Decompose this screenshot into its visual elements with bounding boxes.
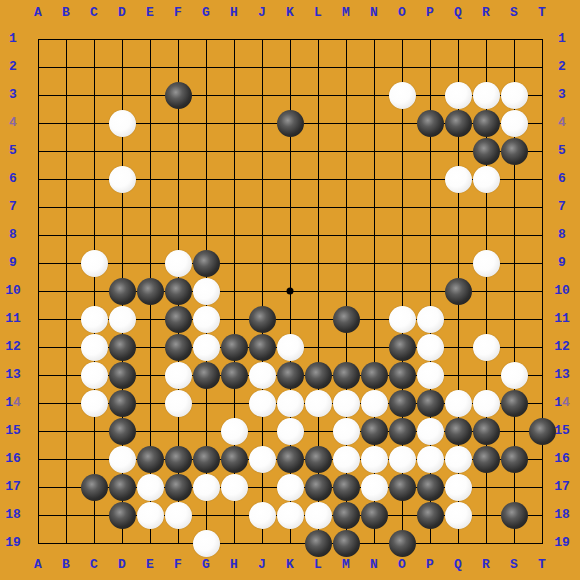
board-intersection[interactable] [416, 529, 444, 557]
board-intersection[interactable] [80, 193, 108, 221]
board-intersection[interactable] [500, 193, 528, 221]
board-intersection[interactable] [80, 81, 108, 109]
board-intersection[interactable] [248, 109, 276, 137]
board-intersection[interactable] [136, 277, 164, 305]
board-intersection[interactable] [388, 137, 416, 165]
board-intersection[interactable] [80, 53, 108, 81]
board-intersection[interactable] [332, 389, 360, 417]
board-intersection[interactable] [360, 277, 388, 305]
board-intersection[interactable] [220, 25, 248, 53]
board-intersection[interactable] [360, 109, 388, 137]
board-intersection[interactable] [80, 361, 108, 389]
board-intersection[interactable] [52, 137, 80, 165]
board-intersection[interactable] [500, 333, 528, 361]
board-intersection[interactable] [304, 473, 332, 501]
board-intersection[interactable] [192, 529, 220, 557]
board-intersection[interactable] [444, 81, 472, 109]
board-intersection[interactable] [388, 221, 416, 249]
board-intersection[interactable] [24, 137, 52, 165]
board-intersection[interactable] [108, 361, 136, 389]
board-intersection[interactable] [164, 333, 192, 361]
board-intersection[interactable] [136, 529, 164, 557]
board-intersection[interactable] [416, 249, 444, 277]
board-intersection[interactable] [108, 53, 136, 81]
board-intersection[interactable] [416, 53, 444, 81]
board-intersection[interactable] [80, 221, 108, 249]
board-intersection[interactable] [220, 501, 248, 529]
board-intersection[interactable] [164, 165, 192, 193]
board-intersection[interactable] [332, 109, 360, 137]
board-intersection[interactable] [276, 277, 304, 305]
board-intersection[interactable] [276, 417, 304, 445]
board-intersection[interactable] [276, 165, 304, 193]
board-intersection[interactable] [360, 81, 388, 109]
board-intersection[interactable] [192, 25, 220, 53]
board-intersection[interactable] [472, 305, 500, 333]
board-intersection[interactable] [472, 53, 500, 81]
board-intersection[interactable] [528, 249, 556, 277]
board-intersection[interactable] [52, 473, 80, 501]
board-intersection[interactable] [388, 361, 416, 389]
board-intersection[interactable] [248, 529, 276, 557]
board-intersection[interactable] [220, 193, 248, 221]
board-intersection[interactable] [360, 165, 388, 193]
board-intersection[interactable] [304, 333, 332, 361]
board-intersection[interactable] [276, 53, 304, 81]
board-intersection[interactable] [192, 221, 220, 249]
board-intersection[interactable] [500, 221, 528, 249]
board-intersection[interactable] [472, 529, 500, 557]
board-intersection[interactable] [164, 389, 192, 417]
board-intersection[interactable] [500, 473, 528, 501]
board-intersection[interactable] [332, 445, 360, 473]
board-intersection[interactable] [444, 417, 472, 445]
board-intersection[interactable] [416, 109, 444, 137]
board-intersection[interactable] [304, 53, 332, 81]
board-intersection[interactable] [360, 221, 388, 249]
board-intersection[interactable] [248, 25, 276, 53]
board-intersection[interactable] [472, 445, 500, 473]
board-intersection[interactable] [248, 81, 276, 109]
board-intersection[interactable] [192, 445, 220, 473]
board-intersection[interactable] [360, 53, 388, 81]
board-intersection[interactable] [136, 361, 164, 389]
board-intersection[interactable] [388, 25, 416, 53]
board-intersection[interactable] [444, 305, 472, 333]
board-intersection[interactable] [500, 277, 528, 305]
board-intersection[interactable] [416, 137, 444, 165]
board-intersection[interactable] [24, 109, 52, 137]
board-intersection[interactable] [108, 221, 136, 249]
board-intersection[interactable] [248, 501, 276, 529]
board-intersection[interactable] [80, 501, 108, 529]
board-intersection[interactable] [444, 221, 472, 249]
board-intersection[interactable] [192, 193, 220, 221]
board-intersection[interactable] [136, 53, 164, 81]
board-intersection[interactable] [276, 305, 304, 333]
board-intersection[interactable] [164, 109, 192, 137]
board-intersection[interactable] [304, 109, 332, 137]
board-intersection[interactable] [248, 277, 276, 305]
board-intersection[interactable] [108, 109, 136, 137]
board-intersection[interactable] [304, 445, 332, 473]
board-intersection[interactable] [52, 445, 80, 473]
board-intersection[interactable] [136, 417, 164, 445]
board-intersection[interactable] [360, 389, 388, 417]
board-intersection[interactable] [500, 25, 528, 53]
board-intersection[interactable] [388, 81, 416, 109]
board-intersection[interactable] [416, 81, 444, 109]
board-intersection[interactable] [248, 361, 276, 389]
board-intersection[interactable] [52, 81, 80, 109]
board-intersection[interactable] [276, 109, 304, 137]
board-intersection[interactable] [472, 389, 500, 417]
board-intersection[interactable] [24, 249, 52, 277]
board-intersection[interactable] [80, 417, 108, 445]
board-intersection[interactable] [388, 473, 416, 501]
board-intersection[interactable] [500, 501, 528, 529]
board-intersection[interactable] [416, 417, 444, 445]
board-intersection[interactable] [192, 137, 220, 165]
board-intersection[interactable] [136, 501, 164, 529]
board-intersection[interactable] [360, 305, 388, 333]
board-intersection[interactable] [276, 361, 304, 389]
board-intersection[interactable] [444, 249, 472, 277]
board-intersection[interactable] [444, 137, 472, 165]
board-intersection[interactable] [528, 53, 556, 81]
board-intersection[interactable] [220, 137, 248, 165]
board-intersection[interactable] [24, 361, 52, 389]
board-intersection[interactable] [248, 165, 276, 193]
board-intersection[interactable] [528, 277, 556, 305]
board-intersection[interactable] [276, 333, 304, 361]
board-intersection[interactable] [444, 361, 472, 389]
board-intersection[interactable] [164, 305, 192, 333]
board-intersection[interactable] [444, 25, 472, 53]
board-intersection[interactable] [332, 361, 360, 389]
board-intersection[interactable] [164, 473, 192, 501]
board-intersection[interactable] [528, 81, 556, 109]
board-intersection[interactable] [332, 529, 360, 557]
board-intersection[interactable] [332, 137, 360, 165]
board-intersection[interactable] [192, 53, 220, 81]
board-intersection[interactable] [220, 417, 248, 445]
board-intersection[interactable] [24, 417, 52, 445]
board-intersection[interactable] [444, 333, 472, 361]
board-intersection[interactable] [528, 137, 556, 165]
board-intersection[interactable] [528, 361, 556, 389]
board-intersection[interactable] [472, 137, 500, 165]
board-intersection[interactable] [416, 221, 444, 249]
board-intersection[interactable] [416, 333, 444, 361]
board-intersection[interactable] [472, 361, 500, 389]
board-intersection[interactable] [472, 501, 500, 529]
board-intersection[interactable] [108, 445, 136, 473]
board-intersection[interactable] [220, 249, 248, 277]
board-intersection[interactable] [108, 305, 136, 333]
board-intersection[interactable] [108, 501, 136, 529]
board-intersection[interactable] [416, 277, 444, 305]
board-intersection[interactable] [388, 389, 416, 417]
board-intersection[interactable] [500, 109, 528, 137]
board-intersection[interactable] [108, 389, 136, 417]
board-intersection[interactable] [416, 473, 444, 501]
board-intersection[interactable] [164, 249, 192, 277]
board-intersection[interactable] [304, 165, 332, 193]
board-intersection[interactable] [192, 109, 220, 137]
board-intersection[interactable] [248, 305, 276, 333]
board-intersection[interactable] [444, 109, 472, 137]
board-intersection[interactable] [220, 389, 248, 417]
board-intersection[interactable] [136, 109, 164, 137]
board-intersection[interactable] [388, 417, 416, 445]
board-intersection[interactable] [472, 249, 500, 277]
board-intersection[interactable] [248, 249, 276, 277]
board-intersection[interactable] [248, 417, 276, 445]
board-intersection[interactable] [220, 53, 248, 81]
board-intersection[interactable] [192, 473, 220, 501]
board-intersection[interactable] [528, 389, 556, 417]
board-intersection[interactable] [332, 249, 360, 277]
board-intersection[interactable] [192, 501, 220, 529]
board-intersection[interactable] [360, 529, 388, 557]
board-intersection[interactable] [248, 333, 276, 361]
board-intersection[interactable] [360, 361, 388, 389]
board-intersection[interactable] [276, 221, 304, 249]
board-intersection[interactable] [164, 221, 192, 249]
board-intersection[interactable] [192, 277, 220, 305]
board-intersection[interactable] [472, 417, 500, 445]
board-intersection[interactable] [52, 165, 80, 193]
board-intersection[interactable] [276, 529, 304, 557]
board-intersection[interactable] [388, 109, 416, 137]
board-intersection[interactable] [52, 333, 80, 361]
board-intersection[interactable] [136, 25, 164, 53]
board-intersection[interactable] [192, 165, 220, 193]
board-intersection[interactable] [52, 361, 80, 389]
board-intersection[interactable] [192, 249, 220, 277]
board-intersection[interactable] [192, 305, 220, 333]
board-intersection[interactable] [500, 417, 528, 445]
board-intersection[interactable] [164, 81, 192, 109]
board-intersection[interactable] [444, 277, 472, 305]
board-intersection[interactable] [80, 473, 108, 501]
board-intersection[interactable] [248, 53, 276, 81]
board-intersection[interactable] [360, 445, 388, 473]
board-intersection[interactable] [332, 165, 360, 193]
board-intersection[interactable] [52, 389, 80, 417]
board-intersection[interactable] [304, 81, 332, 109]
board-intersection[interactable] [444, 501, 472, 529]
board-intersection[interactable] [192, 389, 220, 417]
board-intersection[interactable] [24, 389, 52, 417]
board-intersection[interactable] [528, 109, 556, 137]
board-intersection[interactable] [304, 277, 332, 305]
board-intersection[interactable] [500, 529, 528, 557]
board-intersection[interactable] [360, 417, 388, 445]
board-intersection[interactable] [52, 529, 80, 557]
board-intersection[interactable] [500, 445, 528, 473]
board-intersection[interactable] [24, 305, 52, 333]
board-intersection[interactable] [500, 305, 528, 333]
board-intersection[interactable] [136, 137, 164, 165]
board-intersection[interactable] [24, 333, 52, 361]
board-intersection[interactable] [528, 25, 556, 53]
board-intersection[interactable] [276, 473, 304, 501]
board-intersection[interactable] [24, 25, 52, 53]
board-intersection[interactable] [500, 137, 528, 165]
board-intersection[interactable] [192, 333, 220, 361]
board-intersection[interactable] [472, 193, 500, 221]
board-intersection[interactable] [472, 109, 500, 137]
board-intersection[interactable] [136, 445, 164, 473]
board-intersection[interactable] [472, 165, 500, 193]
board-intersection[interactable] [416, 193, 444, 221]
board-intersection[interactable] [52, 417, 80, 445]
board-intersection[interactable] [388, 165, 416, 193]
board-intersection[interactable] [220, 529, 248, 557]
board-intersection[interactable] [360, 249, 388, 277]
board-intersection[interactable] [276, 501, 304, 529]
board-intersection[interactable] [164, 137, 192, 165]
board-intersection[interactable] [472, 221, 500, 249]
board-intersection[interactable] [416, 501, 444, 529]
board-intersection[interactable] [304, 305, 332, 333]
board-intersection[interactable] [164, 417, 192, 445]
board-intersection[interactable] [108, 81, 136, 109]
board-intersection[interactable] [276, 249, 304, 277]
board-intersection[interactable] [416, 361, 444, 389]
board-intersection[interactable] [164, 361, 192, 389]
board-intersection[interactable] [500, 81, 528, 109]
board-intersection[interactable] [528, 193, 556, 221]
board-intersection[interactable] [528, 221, 556, 249]
board-intersection[interactable] [388, 277, 416, 305]
board-intersection[interactable] [304, 137, 332, 165]
board-intersection[interactable] [136, 81, 164, 109]
board-intersection[interactable] [52, 53, 80, 81]
board-intersection[interactable] [332, 277, 360, 305]
board-intersection[interactable] [24, 165, 52, 193]
board-intersection[interactable] [444, 473, 472, 501]
board-intersection[interactable] [52, 501, 80, 529]
board-intersection[interactable] [80, 109, 108, 137]
board-intersection[interactable] [332, 53, 360, 81]
board-intersection[interactable] [220, 221, 248, 249]
board-intersection[interactable] [444, 389, 472, 417]
board-intersection[interactable] [136, 249, 164, 277]
board-intersection[interactable] [24, 445, 52, 473]
board-intersection[interactable] [52, 305, 80, 333]
board-intersection[interactable] [444, 165, 472, 193]
board-intersection[interactable] [360, 501, 388, 529]
board-intersection[interactable] [528, 501, 556, 529]
board-intersection[interactable] [248, 193, 276, 221]
board-intersection[interactable] [332, 221, 360, 249]
board-intersection[interactable] [164, 25, 192, 53]
board-intersection[interactable] [388, 305, 416, 333]
board-intersection[interactable] [472, 25, 500, 53]
board-intersection[interactable] [416, 305, 444, 333]
board-intersection[interactable] [136, 333, 164, 361]
board-intersection[interactable] [528, 305, 556, 333]
board-intersection[interactable] [360, 137, 388, 165]
board-intersection[interactable] [24, 53, 52, 81]
board-intersection[interactable] [304, 389, 332, 417]
board-intersection[interactable] [136, 305, 164, 333]
board-intersection[interactable] [164, 501, 192, 529]
board-intersection[interactable] [80, 529, 108, 557]
board-intersection[interactable] [276, 389, 304, 417]
board-intersection[interactable] [80, 137, 108, 165]
board-intersection[interactable] [192, 81, 220, 109]
board-intersection[interactable] [220, 81, 248, 109]
board-intersection[interactable] [304, 529, 332, 557]
board-intersection[interactable] [500, 249, 528, 277]
board-intersection[interactable] [528, 529, 556, 557]
board-intersection[interactable] [220, 165, 248, 193]
board-intersection[interactable] [332, 25, 360, 53]
board-intersection[interactable] [248, 137, 276, 165]
board-intersection[interactable] [24, 277, 52, 305]
board-intersection[interactable] [80, 333, 108, 361]
board-intersection[interactable] [136, 473, 164, 501]
board-intersection[interactable] [500, 361, 528, 389]
board-intersection[interactable] [108, 333, 136, 361]
board-intersection[interactable] [52, 109, 80, 137]
board-intersection[interactable] [220, 277, 248, 305]
board-intersection[interactable] [332, 81, 360, 109]
board-intersection[interactable] [220, 473, 248, 501]
board-intersection[interactable] [136, 193, 164, 221]
board-intersection[interactable] [472, 277, 500, 305]
board-intersection[interactable] [388, 333, 416, 361]
board-intersection[interactable] [248, 445, 276, 473]
board-intersection[interactable] [276, 445, 304, 473]
board-intersection[interactable] [304, 501, 332, 529]
board-intersection[interactable] [500, 389, 528, 417]
board-intersection[interactable] [24, 193, 52, 221]
board-intersection[interactable] [304, 249, 332, 277]
board-intersection[interactable] [444, 445, 472, 473]
board-intersection[interactable] [332, 473, 360, 501]
board-intersection[interactable] [24, 81, 52, 109]
board-intersection[interactable] [136, 221, 164, 249]
board-intersection[interactable] [220, 445, 248, 473]
board-intersection[interactable] [276, 81, 304, 109]
board-intersection[interactable] [24, 501, 52, 529]
board-intersection[interactable] [220, 333, 248, 361]
board-intersection[interactable] [472, 81, 500, 109]
board-intersection[interactable] [136, 165, 164, 193]
board-intersection[interactable] [24, 529, 52, 557]
board-intersection[interactable] [108, 165, 136, 193]
board-intersection[interactable] [360, 333, 388, 361]
board-intersection[interactable] [388, 249, 416, 277]
board-intersection[interactable] [80, 165, 108, 193]
board-intersection[interactable] [528, 417, 556, 445]
board-intersection[interactable] [416, 445, 444, 473]
board-intersection[interactable] [80, 249, 108, 277]
board-intersection[interactable] [500, 53, 528, 81]
board-intersection[interactable] [528, 473, 556, 501]
board-intersection[interactable] [108, 25, 136, 53]
board-intersection[interactable] [108, 249, 136, 277]
board-intersection[interactable] [136, 389, 164, 417]
board-intersection[interactable] [276, 137, 304, 165]
board-intersection[interactable] [108, 193, 136, 221]
board-intersection[interactable] [388, 501, 416, 529]
